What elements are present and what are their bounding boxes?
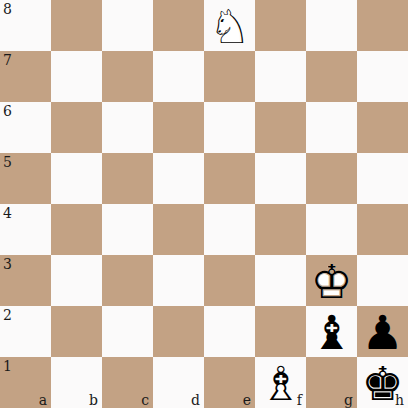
square-h1[interactable]: h♚ — [357, 357, 408, 408]
bishop-glyph: ♝ — [310, 309, 352, 356]
square-f8[interactable] — [255, 0, 306, 51]
square-d7[interactable] — [153, 51, 204, 102]
square-f1[interactable]: f♝♗ — [255, 357, 306, 408]
square-e1[interactable]: e — [204, 357, 255, 408]
square-h5[interactable] — [357, 153, 408, 204]
square-g2[interactable]: ♝ — [306, 306, 357, 357]
square-c7[interactable] — [102, 51, 153, 102]
square-b7[interactable] — [51, 51, 102, 102]
square-f2[interactable] — [255, 306, 306, 357]
rank-label-5: 5 — [3, 155, 12, 169]
square-d1[interactable]: d — [153, 357, 204, 408]
square-f4[interactable] — [255, 204, 306, 255]
square-h3[interactable] — [357, 255, 408, 306]
square-a2[interactable]: 2 — [0, 306, 51, 357]
square-c3[interactable] — [102, 255, 153, 306]
chess-board: 8♞♘76543♚♔2♝♟1abcdef♝♗gh♚ — [0, 0, 408, 408]
square-b6[interactable] — [51, 102, 102, 153]
square-d2[interactable] — [153, 306, 204, 357]
piece-white-king[interactable]: ♚♔ — [306, 255, 357, 306]
square-e4[interactable] — [204, 204, 255, 255]
file-label-g: g — [344, 393, 353, 407]
rank-label-2: 2 — [3, 308, 12, 322]
square-c1[interactable]: c — [102, 357, 153, 408]
pawn-glyph: ♟ — [361, 309, 403, 356]
piece-white-bishop[interactable]: ♝♗ — [255, 357, 306, 408]
square-a5[interactable]: 5 — [0, 153, 51, 204]
square-h2[interactable]: ♟ — [357, 306, 408, 357]
square-g5[interactable] — [306, 153, 357, 204]
square-d8[interactable] — [153, 0, 204, 51]
square-e5[interactable] — [204, 153, 255, 204]
square-c8[interactable] — [102, 0, 153, 51]
square-e8[interactable]: ♞♘ — [204, 0, 255, 51]
square-c6[interactable] — [102, 102, 153, 153]
rank-label-4: 4 — [3, 206, 12, 220]
knight-outline-glyph: ♘ — [208, 3, 250, 50]
square-f6[interactable] — [255, 102, 306, 153]
square-a1[interactable]: 1a — [0, 357, 51, 408]
square-e2[interactable] — [204, 306, 255, 357]
square-b2[interactable] — [51, 306, 102, 357]
file-label-a: a — [39, 393, 47, 407]
square-g6[interactable] — [306, 102, 357, 153]
square-c2[interactable] — [102, 306, 153, 357]
king-glyph: ♚ — [361, 360, 403, 407]
piece-black-bishop[interactable]: ♝ — [306, 306, 357, 357]
square-a3[interactable]: 3 — [0, 255, 51, 306]
bishop-outline-glyph: ♗ — [259, 360, 301, 407]
rank-label-3: 3 — [3, 257, 12, 271]
square-g7[interactable] — [306, 51, 357, 102]
square-f7[interactable] — [255, 51, 306, 102]
square-g3[interactable]: ♚♔ — [306, 255, 357, 306]
square-e7[interactable] — [204, 51, 255, 102]
square-d5[interactable] — [153, 153, 204, 204]
square-c5[interactable] — [102, 153, 153, 204]
square-h4[interactable] — [357, 204, 408, 255]
square-f3[interactable] — [255, 255, 306, 306]
square-c4[interactable] — [102, 204, 153, 255]
rank-label-8: 8 — [3, 2, 12, 16]
rank-label-1: 1 — [3, 359, 12, 373]
square-a8[interactable]: 8 — [0, 0, 51, 51]
file-label-c: c — [141, 393, 149, 407]
square-b1[interactable]: b — [51, 357, 102, 408]
piece-white-knight[interactable]: ♞♘ — [204, 0, 255, 51]
king-outline-glyph: ♔ — [310, 258, 352, 305]
file-label-e: e — [243, 393, 251, 407]
square-b3[interactable] — [51, 255, 102, 306]
square-b8[interactable] — [51, 0, 102, 51]
square-a6[interactable]: 6 — [0, 102, 51, 153]
file-label-b: b — [89, 393, 98, 407]
square-a7[interactable]: 7 — [0, 51, 51, 102]
square-d4[interactable] — [153, 204, 204, 255]
square-e6[interactable] — [204, 102, 255, 153]
square-b5[interactable] — [51, 153, 102, 204]
rank-label-6: 6 — [3, 104, 12, 118]
square-g4[interactable] — [306, 204, 357, 255]
piece-black-pawn[interactable]: ♟ — [357, 306, 408, 357]
square-a4[interactable]: 4 — [0, 204, 51, 255]
piece-black-king[interactable]: ♚ — [357, 357, 408, 408]
rank-label-7: 7 — [3, 53, 12, 67]
square-h6[interactable] — [357, 102, 408, 153]
square-g1[interactable]: g — [306, 357, 357, 408]
square-g8[interactable] — [306, 0, 357, 51]
square-d6[interactable] — [153, 102, 204, 153]
file-label-d: d — [191, 393, 200, 407]
square-h7[interactable] — [357, 51, 408, 102]
square-b4[interactable] — [51, 204, 102, 255]
square-d3[interactable] — [153, 255, 204, 306]
square-f5[interactable] — [255, 153, 306, 204]
square-h8[interactable] — [357, 0, 408, 51]
square-e3[interactable] — [204, 255, 255, 306]
